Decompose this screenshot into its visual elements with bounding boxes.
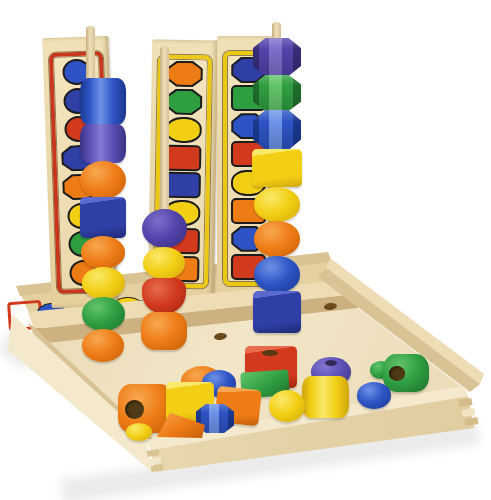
orange-octagon-fill — [168, 63, 201, 86]
finger-joint — [462, 408, 476, 417]
red-pot-bead — [142, 278, 186, 313]
navy-cube-bead — [80, 197, 126, 238]
yellow-cyl-bead — [302, 376, 349, 418]
yellow-oval-symbol — [165, 116, 202, 143]
yellow-round-bead — [254, 187, 300, 222]
orange-round-bead — [254, 221, 300, 257]
green-faceted-bead — [253, 75, 301, 111]
green-round-bead — [82, 297, 125, 331]
blue-round-bead — [357, 382, 391, 409]
orange-round-bead — [82, 329, 124, 362]
blue-cyl-bead — [80, 78, 126, 125]
orange-barrel-bead — [141, 312, 187, 350]
finger-joint — [459, 398, 473, 407]
yellow-round-bead — [143, 247, 185, 279]
blue-round-bead — [254, 256, 300, 293]
navy-cube-bead — [253, 291, 301, 333]
bead-sequencing-toy-scene: 32 — [0, 0, 491, 500]
blue-faceted-bead — [253, 110, 301, 150]
yellow-round-bead — [269, 390, 305, 422]
green-octagon-fill — [168, 90, 201, 113]
green-octagon-symbol — [166, 88, 203, 115]
red-square-symbol — [165, 144, 202, 171]
yellow-cube-bead — [252, 149, 302, 187]
purple-faceted-bead — [253, 38, 301, 76]
rod-2-dowel — [160, 46, 169, 215]
yellow-round-bead — [82, 267, 125, 299]
orange-octagon-symbol — [166, 61, 203, 88]
green-cylhole-bead — [383, 354, 429, 392]
orange-oval-bead — [80, 161, 126, 199]
purple-oval-bead — [142, 209, 187, 248]
orange-round-bead — [81, 236, 125, 269]
navy-square-symbol — [164, 172, 201, 199]
indigo-cyl-bead — [80, 124, 126, 163]
yellow-round-bead — [126, 423, 152, 441]
